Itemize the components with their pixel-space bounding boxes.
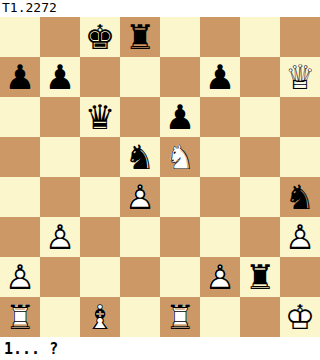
square-e4[interactable] [160, 177, 200, 217]
square-c1[interactable]: ♝♗ [80, 297, 120, 337]
white-pawn-fill: ♟ [120, 177, 160, 217]
square-b1[interactable] [40, 297, 80, 337]
black-pawn: ♟ [200, 57, 240, 97]
white-rook: ♖ [0, 297, 40, 337]
white-bishop-fill: ♝ [80, 297, 120, 337]
white-pawn: ♙ [40, 217, 80, 257]
square-e8[interactable] [160, 17, 200, 57]
square-g3[interactable] [240, 217, 280, 257]
white-rook-fill: ♜ [160, 297, 200, 337]
square-c2[interactable] [80, 257, 120, 297]
white-knight-fill: ♞ [160, 137, 200, 177]
square-h3[interactable]: ♟♙ [280, 217, 320, 257]
black-king: ♚ [80, 17, 120, 57]
square-d5[interactable]: ♞ [120, 137, 160, 177]
square-f7[interactable]: ♟ [200, 57, 240, 97]
white-pawn: ♙ [280, 217, 320, 257]
square-f5[interactable] [200, 137, 240, 177]
black-rook: ♜ [120, 17, 160, 57]
square-h5[interactable] [280, 137, 320, 177]
square-b8[interactable] [40, 17, 80, 57]
square-a3[interactable] [0, 217, 40, 257]
square-c7[interactable] [80, 57, 120, 97]
square-d6[interactable] [120, 97, 160, 137]
square-e2[interactable] [160, 257, 200, 297]
white-pawn-fill: ♟ [200, 257, 240, 297]
square-b2[interactable] [40, 257, 80, 297]
square-b4[interactable] [40, 177, 80, 217]
square-g8[interactable] [240, 17, 280, 57]
square-b3[interactable]: ♟♙ [40, 217, 80, 257]
square-h7[interactable]: ♛♕ [280, 57, 320, 97]
square-e7[interactable] [160, 57, 200, 97]
black-knight: ♞ [280, 177, 320, 217]
square-g4[interactable] [240, 177, 280, 217]
square-c5[interactable] [80, 137, 120, 177]
square-c4[interactable] [80, 177, 120, 217]
square-e5[interactable]: ♞♘ [160, 137, 200, 177]
white-rook-fill: ♜ [0, 297, 40, 337]
white-king-fill: ♚ [280, 297, 320, 337]
square-g5[interactable] [240, 137, 280, 177]
square-f4[interactable] [200, 177, 240, 217]
white-king: ♔ [280, 297, 320, 337]
white-knight: ♘ [160, 137, 200, 177]
white-pawn: ♙ [120, 177, 160, 217]
white-pawn-fill: ♟ [0, 257, 40, 297]
square-d2[interactable] [120, 257, 160, 297]
square-b5[interactable] [40, 137, 80, 177]
square-h2[interactable] [280, 257, 320, 297]
square-g7[interactable] [240, 57, 280, 97]
square-f6[interactable] [200, 97, 240, 137]
square-h8[interactable] [280, 17, 320, 57]
square-d4[interactable]: ♟♙ [120, 177, 160, 217]
black-queen: ♛ [80, 97, 120, 137]
square-g2[interactable]: ♜ [240, 257, 280, 297]
square-a7[interactable]: ♟ [0, 57, 40, 97]
square-c3[interactable] [80, 217, 120, 257]
square-f8[interactable] [200, 17, 240, 57]
white-queen: ♕ [280, 57, 320, 97]
black-rook: ♜ [240, 257, 280, 297]
square-f3[interactable] [200, 217, 240, 257]
chess-board: ♚♜♟♟♟♛♕♛♟♞♞♘♟♙♞♟♙♟♙♟♙♟♙♜♜♖♝♗♜♖♚♔ [0, 17, 320, 337]
black-pawn: ♟ [160, 97, 200, 137]
square-a5[interactable] [0, 137, 40, 177]
square-e6[interactable]: ♟ [160, 97, 200, 137]
square-c8[interactable]: ♚ [80, 17, 120, 57]
white-bishop: ♗ [80, 297, 120, 337]
square-g1[interactable] [240, 297, 280, 337]
black-pawn: ♟ [0, 57, 40, 97]
square-a8[interactable] [0, 17, 40, 57]
black-knight: ♞ [120, 137, 160, 177]
square-f2[interactable]: ♟♙ [200, 257, 240, 297]
square-b7[interactable]: ♟ [40, 57, 80, 97]
square-a1[interactable]: ♜♖ [0, 297, 40, 337]
square-a4[interactable] [0, 177, 40, 217]
square-h1[interactable]: ♚♔ [280, 297, 320, 337]
square-f1[interactable] [200, 297, 240, 337]
square-c6[interactable]: ♛ [80, 97, 120, 137]
square-h4[interactable]: ♞ [280, 177, 320, 217]
square-d3[interactable] [120, 217, 160, 257]
white-pawn-fill: ♟ [40, 217, 80, 257]
puzzle-title: T1.2272 [0, 0, 320, 17]
square-a2[interactable]: ♟♙ [0, 257, 40, 297]
move-prompt: 1... ? [0, 340, 320, 358]
square-d8[interactable]: ♜ [120, 17, 160, 57]
square-h6[interactable] [280, 97, 320, 137]
square-b6[interactable] [40, 97, 80, 137]
square-e1[interactable]: ♜♖ [160, 297, 200, 337]
square-d7[interactable] [120, 57, 160, 97]
white-pawn-fill: ♟ [280, 217, 320, 257]
white-rook: ♖ [160, 297, 200, 337]
white-pawn: ♙ [0, 257, 40, 297]
square-d1[interactable] [120, 297, 160, 337]
black-pawn: ♟ [40, 57, 80, 97]
square-a6[interactable] [0, 97, 40, 137]
square-g6[interactable] [240, 97, 280, 137]
square-e3[interactable] [160, 217, 200, 257]
white-pawn: ♙ [200, 257, 240, 297]
white-queen-fill: ♛ [280, 57, 320, 97]
